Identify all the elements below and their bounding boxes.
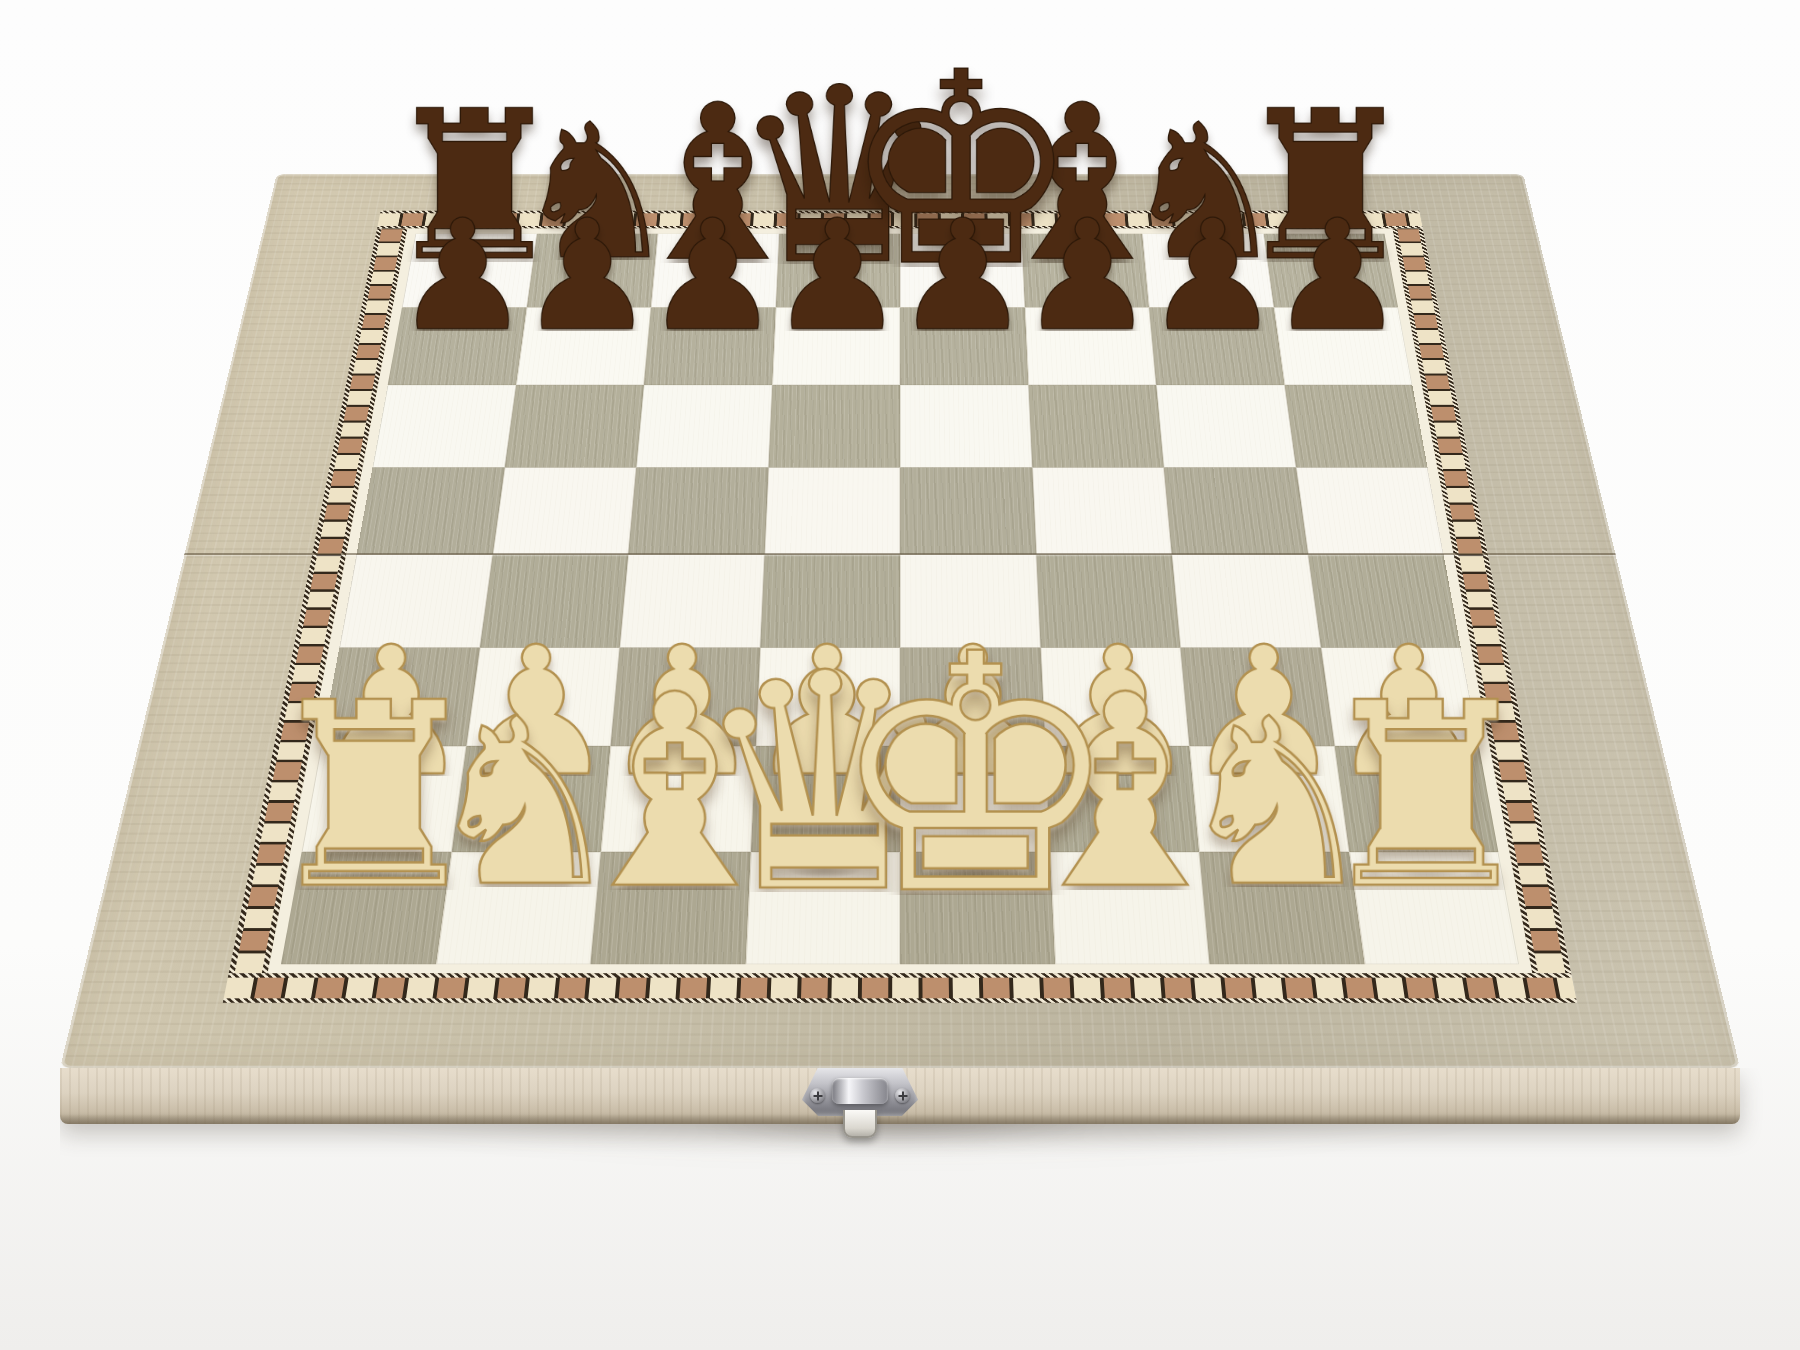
- square-c6[interactable]: [636, 385, 772, 467]
- square-e7[interactable]: ♟: [900, 307, 1028, 385]
- latch-barrel: [832, 1078, 888, 1104]
- chess-board-grid: ♜♞♝♛♚♝♞♜♟♟♟♟♟♟♟♟♟♟♟♟♟♟♟♟♜♞♝♛♚♝♞♜: [281, 234, 1519, 965]
- black-pawn[interactable]: ♟: [894, 199, 1031, 352]
- square-a1[interactable]: ♜: [281, 852, 451, 965]
- square-h7[interactable]: ♟: [1274, 307, 1413, 385]
- screw-icon: [895, 1088, 910, 1103]
- square-g1[interactable]: ♞: [1199, 852, 1364, 965]
- mosaic-border-bottom: [223, 973, 1577, 1003]
- square-a7[interactable]: ♟: [388, 307, 527, 385]
- square-e6[interactable]: [900, 385, 1032, 467]
- square-b5[interactable]: [492, 467, 636, 554]
- black-pawn[interactable]: ♟: [1019, 199, 1156, 352]
- black-pawn[interactable]: ♟: [1144, 199, 1281, 352]
- square-f5[interactable]: [1032, 467, 1172, 554]
- fold-seam: [184, 553, 1616, 555]
- square-g7[interactable]: ♟: [1149, 307, 1284, 385]
- square-c7[interactable]: ♟: [644, 307, 776, 385]
- screw-icon: [810, 1088, 825, 1103]
- square-h6[interactable]: [1284, 385, 1427, 467]
- square-b6[interactable]: [504, 385, 643, 467]
- board-front-edge: [60, 1068, 1740, 1124]
- square-e1[interactable]: ♚: [900, 852, 1055, 965]
- square-d7[interactable]: ♟: [772, 307, 900, 385]
- white-king[interactable]: ♚: [828, 612, 1122, 940]
- square-h5[interactable]: [1296, 467, 1444, 554]
- square-f7[interactable]: ♟: [1025, 307, 1157, 385]
- square-f6[interactable]: [1028, 385, 1164, 467]
- square-b7[interactable]: ♟: [516, 307, 651, 385]
- square-a6[interactable]: [373, 385, 516, 467]
- square-c5[interactable]: [628, 467, 768, 554]
- square-a5[interactable]: [356, 467, 504, 554]
- scene: ♜♞♝♛♚♝♞♜♟♟♟♟♟♟♟♟♟♟♟♟♟♟♟♟♜♞♝♛♚♝♞♜: [0, 0, 1800, 1350]
- square-h1[interactable]: ♜: [1349, 852, 1519, 965]
- square-f1[interactable]: ♝: [1050, 852, 1210, 965]
- square-g5[interactable]: [1164, 467, 1308, 554]
- folding-chess-box: ♜♞♝♛♚♝♞♜♟♟♟♟♟♟♟♟♟♟♟♟♟♟♟♟♜♞♝♛♚♝♞♜: [60, 174, 1740, 1068]
- black-pawn[interactable]: ♟: [769, 199, 906, 352]
- square-d6[interactable]: [768, 385, 900, 467]
- square-b1[interactable]: ♞: [436, 852, 601, 965]
- black-pawn[interactable]: ♟: [519, 199, 656, 352]
- latch-catch: [843, 1110, 877, 1138]
- background: ♜♞♝♛♚♝♞♜♟♟♟♟♟♟♟♟♟♟♟♟♟♟♟♟♜♞♝♛♚♝♞♜: [0, 0, 1800, 1350]
- latch: [802, 1062, 918, 1116]
- black-pawn[interactable]: ♟: [644, 199, 781, 352]
- square-d5[interactable]: [764, 467, 900, 554]
- square-e5[interactable]: [900, 467, 1036, 554]
- square-g6[interactable]: [1156, 385, 1295, 467]
- square-c1[interactable]: ♝: [590, 852, 750, 965]
- photo-of-folding-chess-set: { "game": "chess", "scene": "Open foldin…: [0, 0, 1800, 1350]
- black-pawn[interactable]: ♟: [1269, 199, 1406, 352]
- square-d1[interactable]: ♛: [745, 852, 900, 965]
- black-pawn[interactable]: ♟: [394, 199, 531, 352]
